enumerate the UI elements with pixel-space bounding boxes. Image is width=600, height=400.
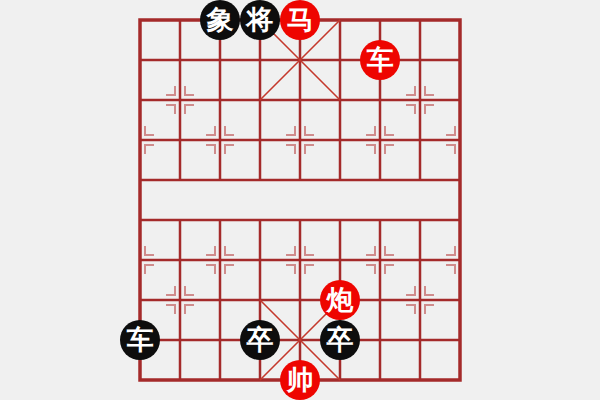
piece-red-cannon[interactable]: 炮 — [320, 280, 360, 320]
piece-red-general[interactable]: 帅 — [280, 360, 320, 400]
piece-black-chariot[interactable]: 车 — [120, 320, 160, 360]
piece-black-soldier-f[interactable]: 卒 — [320, 320, 360, 360]
piece-red-horse[interactable]: 马 — [280, 0, 320, 40]
piece-black-elephant[interactable]: 象 — [200, 0, 240, 40]
piece-black-general[interactable]: 将 — [240, 0, 280, 40]
pieces-layer: 象将马车炮车卒卒帅 — [0, 0, 600, 400]
piece-black-soldier-d[interactable]: 卒 — [240, 320, 280, 360]
xiangqi-diagram: 象将马车炮车卒卒帅 — [0, 0, 600, 400]
piece-red-chariot[interactable]: 车 — [360, 40, 400, 80]
